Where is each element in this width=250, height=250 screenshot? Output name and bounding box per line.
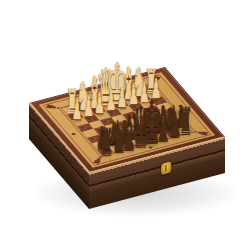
clasp-latch xyxy=(161,161,171,175)
clasp-keyhole xyxy=(165,164,166,171)
piece-white-pawn[interactable]: ♟ xyxy=(94,90,105,118)
piece-white-pawn[interactable]: ♟ xyxy=(83,93,94,121)
product-photo: ♜♞♝♛♚♝♞♜♟♟♟♟♟♟♟♟♟♟♟♟♟♟♟♟♜♞♝♛♚♝♞♜ xyxy=(0,0,250,250)
piece-black-rook[interactable]: ♜ xyxy=(179,103,193,139)
piece-white-pawn[interactable]: ♟ xyxy=(72,96,83,124)
